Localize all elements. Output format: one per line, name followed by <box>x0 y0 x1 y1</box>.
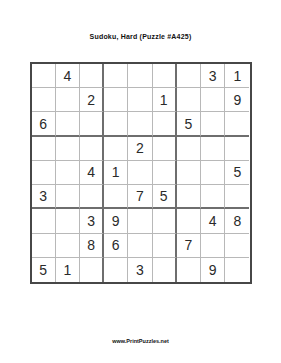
sudoku-cell-r3c5[interactable] <box>128 112 152 136</box>
sudoku-board: 43121965241537539488675139 <box>30 62 252 284</box>
sudoku-cell-r8c4[interactable]: 6 <box>104 234 128 258</box>
sudoku-cell-r4c6[interactable] <box>153 137 177 161</box>
sudoku-cell-r3c8[interactable] <box>201 112 225 136</box>
sudoku-cell-r8c7[interactable]: 7 <box>177 234 201 258</box>
sudoku-cell-r9c8[interactable]: 9 <box>201 258 225 282</box>
sudoku-cell-r3c7[interactable]: 5 <box>177 112 201 136</box>
sudoku-cell-r9c4[interactable] <box>104 258 128 282</box>
sudoku-cell-r6c2[interactable] <box>56 185 80 209</box>
sudoku-cell-r8c1[interactable] <box>32 234 56 258</box>
sudoku-cell-r7c6[interactable] <box>153 209 177 233</box>
sudoku-cell-r2c5[interactable] <box>128 88 152 112</box>
sudoku-cell-r7c2[interactable] <box>56 209 80 233</box>
sudoku-cell-r9c1[interactable]: 5 <box>32 258 56 282</box>
sudoku-cell-r1c2[interactable]: 4 <box>56 64 80 88</box>
sudoku-cell-r6c1[interactable]: 3 <box>32 185 56 209</box>
sudoku-cell-r9c5[interactable]: 3 <box>128 258 152 282</box>
sudoku-cell-r8c8[interactable] <box>201 234 225 258</box>
sudoku-cell-r4c1[interactable] <box>32 137 56 161</box>
sudoku-cell-r6c9[interactable] <box>225 185 249 209</box>
sudoku-cell-r3c2[interactable] <box>56 112 80 136</box>
sudoku-cell-r2c9[interactable]: 9 <box>225 88 249 112</box>
sudoku-cell-r5c7[interactable] <box>177 161 201 185</box>
sudoku-cell-r5c5[interactable] <box>128 161 152 185</box>
sudoku-cell-r7c3[interactable]: 3 <box>80 209 104 233</box>
sudoku-cell-r6c6[interactable]: 5 <box>153 185 177 209</box>
sudoku-cell-r9c7[interactable] <box>177 258 201 282</box>
sudoku-cell-r3c3[interactable] <box>80 112 104 136</box>
sudoku-cell-r7c1[interactable] <box>32 209 56 233</box>
sudoku-cell-r5c1[interactable] <box>32 161 56 185</box>
sudoku-cell-r9c6[interactable] <box>153 258 177 282</box>
sudoku-cell-r2c3[interactable]: 2 <box>80 88 104 112</box>
sudoku-cell-r7c8[interactable]: 4 <box>201 209 225 233</box>
puzzle-page: Sudoku, Hard (Puzzle #A425) 431219652415… <box>0 0 281 363</box>
sudoku-cell-r8c5[interactable] <box>128 234 152 258</box>
sudoku-cell-r8c3[interactable]: 8 <box>80 234 104 258</box>
sudoku-cell-r5c4[interactable]: 1 <box>104 161 128 185</box>
sudoku-cell-r2c4[interactable] <box>104 88 128 112</box>
sudoku-cell-r3c4[interactable] <box>104 112 128 136</box>
sudoku-cell-r1c8[interactable]: 3 <box>201 64 225 88</box>
sudoku-cell-r7c5[interactable] <box>128 209 152 233</box>
sudoku-cell-r2c7[interactable] <box>177 88 201 112</box>
sudoku-cell-r4c9[interactable] <box>225 137 249 161</box>
sudoku-cell-r9c9[interactable] <box>225 258 249 282</box>
sudoku-cell-r4c8[interactable] <box>201 137 225 161</box>
sudoku-cell-r7c9[interactable]: 8 <box>225 209 249 233</box>
sudoku-cell-r1c6[interactable] <box>153 64 177 88</box>
sudoku-cell-r6c5[interactable]: 7 <box>128 185 152 209</box>
sudoku-cell-r5c3[interactable]: 4 <box>80 161 104 185</box>
sudoku-cell-r6c4[interactable] <box>104 185 128 209</box>
sudoku-cell-r1c7[interactable] <box>177 64 201 88</box>
sudoku-cell-r1c1[interactable] <box>32 64 56 88</box>
sudoku-cell-r2c8[interactable] <box>201 88 225 112</box>
sudoku-cell-r5c9[interactable]: 5 <box>225 161 249 185</box>
sudoku-cell-r3c1[interactable]: 6 <box>32 112 56 136</box>
sudoku-cell-r4c4[interactable] <box>104 137 128 161</box>
sudoku-cell-r4c7[interactable] <box>177 137 201 161</box>
sudoku-cell-r3c9[interactable] <box>225 112 249 136</box>
puzzle-title: Sudoku, Hard (Puzzle #A425) <box>0 33 281 40</box>
sudoku-cell-r1c5[interactable] <box>128 64 152 88</box>
sudoku-cell-r8c9[interactable] <box>225 234 249 258</box>
sudoku-cell-r8c2[interactable] <box>56 234 80 258</box>
sudoku-cell-r5c8[interactable] <box>201 161 225 185</box>
sudoku-cell-r2c6[interactable]: 1 <box>153 88 177 112</box>
sudoku-cell-r2c2[interactable] <box>56 88 80 112</box>
sudoku-cell-r9c3[interactable] <box>80 258 104 282</box>
sudoku-cell-r4c2[interactable] <box>56 137 80 161</box>
sudoku-cell-r5c2[interactable] <box>56 161 80 185</box>
sudoku-cell-r6c7[interactable] <box>177 185 201 209</box>
sudoku-cell-r9c2[interactable]: 1 <box>56 258 80 282</box>
sudoku-cell-r3c6[interactable] <box>153 112 177 136</box>
sudoku-cell-r7c7[interactable] <box>177 209 201 233</box>
sudoku-cell-r6c3[interactable] <box>80 185 104 209</box>
sudoku-cell-r4c3[interactable] <box>80 137 104 161</box>
sudoku-cell-r7c4[interactable]: 9 <box>104 209 128 233</box>
sudoku-cell-r6c8[interactable] <box>201 185 225 209</box>
sudoku-cell-r8c6[interactable] <box>153 234 177 258</box>
footer-site-url: www.PrintPuzzles.net <box>0 338 281 344</box>
sudoku-cell-r1c4[interactable] <box>104 64 128 88</box>
sudoku-cell-r2c1[interactable] <box>32 88 56 112</box>
sudoku-cell-r1c9[interactable]: 1 <box>225 64 249 88</box>
sudoku-cell-r4c5[interactable]: 2 <box>128 137 152 161</box>
sudoku-cell-r5c6[interactable] <box>153 161 177 185</box>
sudoku-cell-r1c3[interactable] <box>80 64 104 88</box>
